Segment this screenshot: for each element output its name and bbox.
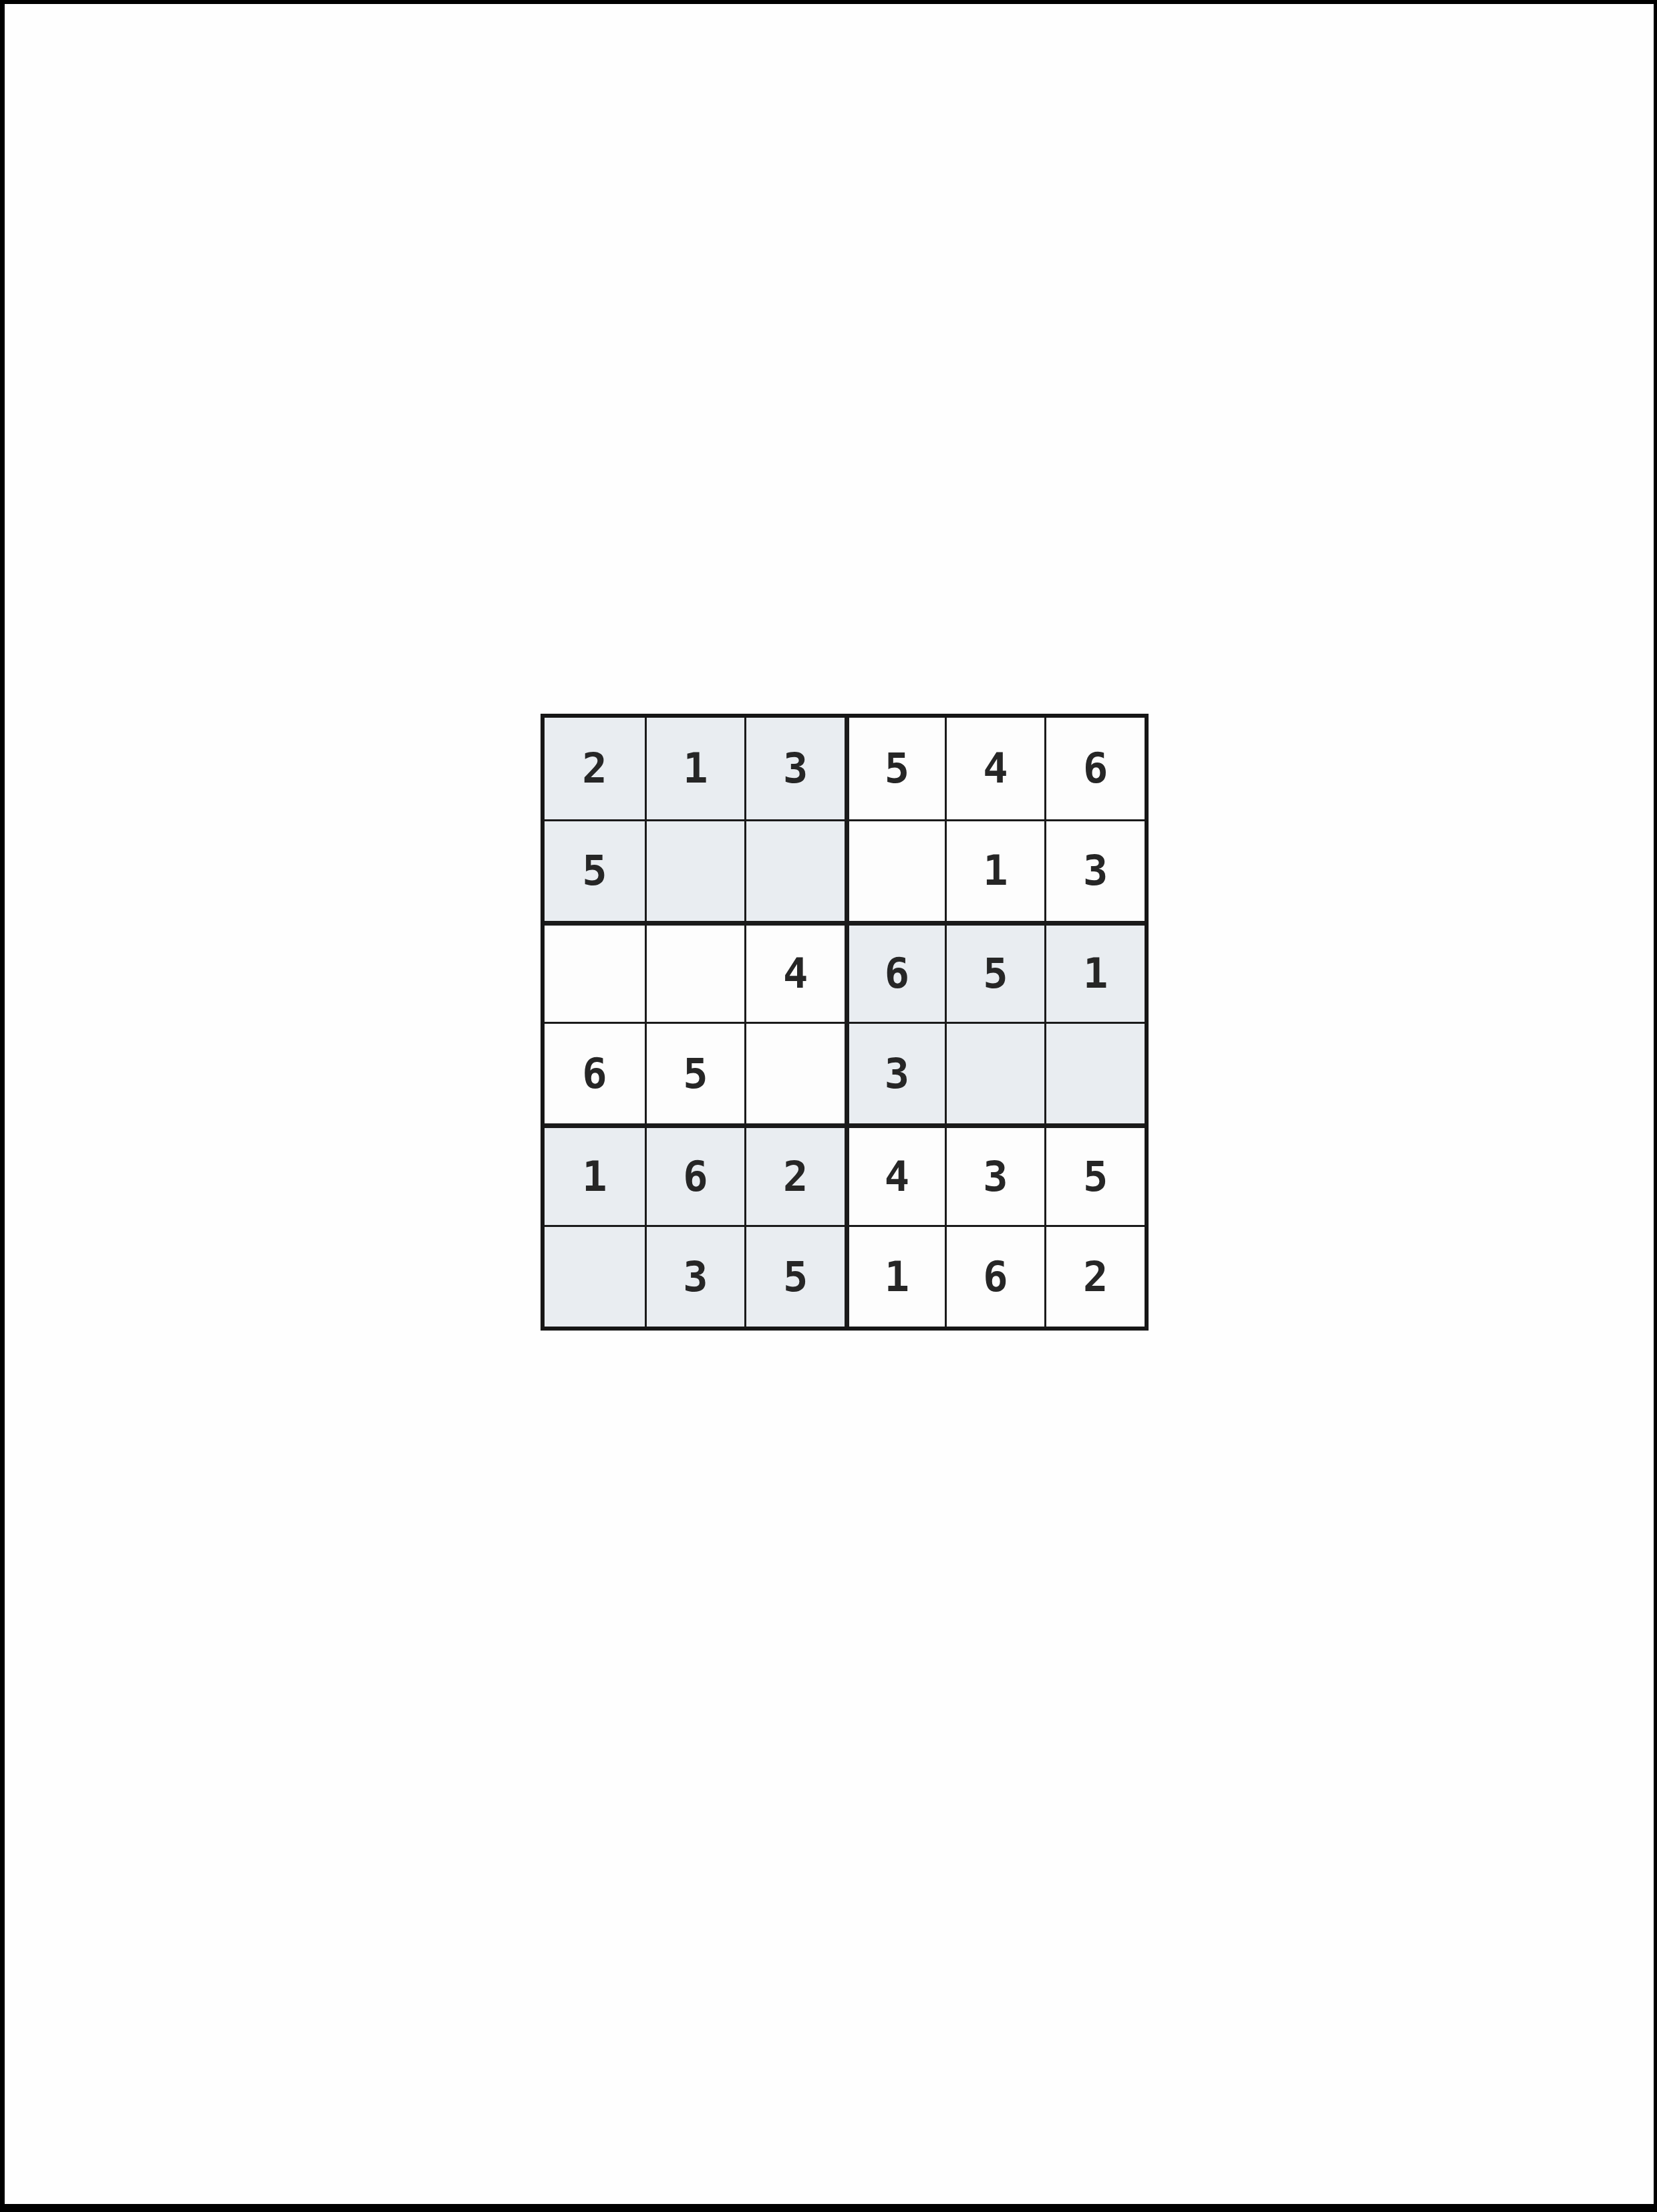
cell-r2c6-given: 3 xyxy=(1044,819,1145,921)
cell-r4c3-empty[interactable] xyxy=(744,1022,845,1123)
cell-r6c1-empty[interactable] xyxy=(545,1225,645,1327)
cell-r4c2-given: 5 xyxy=(645,1022,745,1123)
cell-r2c1-given: 5 xyxy=(545,819,645,921)
cell-r3c4-given: 6 xyxy=(845,921,945,1022)
cell-r1c3-given: 3 xyxy=(744,718,845,819)
cell-r6c5-given: 6 xyxy=(945,1225,1045,1327)
cell-r1c2-given: 1 xyxy=(645,718,745,819)
cell-r3c2-empty[interactable] xyxy=(645,921,745,1022)
cell-r1c5-given: 4 xyxy=(945,718,1045,819)
cell-r3c1-empty[interactable] xyxy=(545,921,645,1022)
cell-r2c5-given: 1 xyxy=(945,819,1045,921)
cell-r2c2-empty[interactable] xyxy=(645,819,745,921)
puzzle-page: 213546513465165316243535162 xyxy=(5,4,1654,2204)
sudoku-board: 213546513465165316243535162 xyxy=(541,714,1149,1331)
cell-r6c4-given: 1 xyxy=(845,1225,945,1327)
cell-r2c3-empty[interactable] xyxy=(744,819,845,921)
cell-r4c5-empty[interactable] xyxy=(945,1022,1045,1123)
cell-r4c4-given: 3 xyxy=(845,1022,945,1123)
cell-r4c6-empty[interactable] xyxy=(1044,1022,1145,1123)
cell-r3c3-given: 4 xyxy=(744,921,845,1022)
cell-r1c1-given: 2 xyxy=(545,718,645,819)
cell-r6c2-given: 3 xyxy=(645,1225,745,1327)
cell-r5c5-given: 3 xyxy=(945,1123,1045,1225)
cell-r5c4-given: 4 xyxy=(845,1123,945,1225)
cell-r3c6-given: 1 xyxy=(1044,921,1145,1022)
cell-r6c6-given: 2 xyxy=(1044,1225,1145,1327)
cell-r5c6-given: 5 xyxy=(1044,1123,1145,1225)
cell-r2c4-empty[interactable] xyxy=(845,819,945,921)
cell-r4c1-given: 6 xyxy=(545,1022,645,1123)
cell-r5c2-given: 6 xyxy=(645,1123,745,1225)
cell-r6c3-given: 5 xyxy=(744,1225,845,1327)
cell-r1c6-given: 6 xyxy=(1044,718,1145,819)
cell-r3c5-given: 5 xyxy=(945,921,1045,1022)
cell-r5c3-given: 2 xyxy=(744,1123,845,1225)
cell-r1c4-given: 5 xyxy=(845,718,945,819)
cell-r5c1-given: 1 xyxy=(545,1123,645,1225)
